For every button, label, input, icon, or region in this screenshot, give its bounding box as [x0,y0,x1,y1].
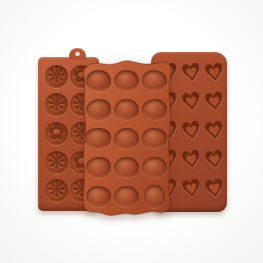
heart-inner-glyph-icon: ♥ [201,89,227,115]
animal-cavity-shape [114,186,139,207]
flower-cavity-shape: ❋ [45,93,68,116]
animal-cavity-shape [142,99,167,120]
cavity-acorn [144,185,165,208]
cavity-squirrel [86,99,111,120]
flower-glyph-icon: ❋ [48,152,66,173]
animal-cavity-shape [144,185,165,208]
flower-cavity-shape: ❋ [45,151,68,174]
animal-cavity-shape [142,70,167,91]
cavity-heart: ♥♥ [203,149,226,172]
cavity-heart: ♥♥ [203,120,226,143]
flower-cavity-shape: ❋ [45,65,68,88]
product-photo: ❋✿❋❋✿❋❋✿❋❋ ♥♥♥♥♥♥♥♥♥♥♥♥♥♥♥♥♥♥♥♥♥♥♥♥♥♥♥♥♥… [0,0,263,263]
heart-cavity-shape: ♥♥ [201,176,227,202]
heart-cavity-shape: ♥♥ [201,60,227,86]
hanging-hole [75,51,80,56]
cavity-duck [142,157,167,178]
cavity-daisy: ❋ [45,65,68,88]
heart-inner-glyph-icon: ♥ [201,60,227,86]
cavity-heart: ♥♥ [180,149,203,172]
cavity-bear [114,70,139,91]
cavity-heart: ♥♥ [203,178,226,201]
animal-cavity-grid [84,66,168,211]
cavity-daisy: ❋ [45,179,68,202]
cavity-daisy: ❋ [45,93,68,116]
cavity-heart: ♥♥ [203,62,226,85]
cavity-frog [86,70,111,91]
heart-inner-glyph-icon: ♥ [201,147,227,173]
animal-cavity-shape [86,186,111,207]
flower-glyph-icon: ❋ [48,180,66,201]
flower-cavity-shape: ✿ [45,122,68,145]
cavity-turtle [86,186,111,207]
heart-cavity-shape: ♥♥ [201,89,227,115]
flower-glyph-icon: ❋ [48,66,66,87]
cavity-heart: ♥♥ [180,91,203,114]
cavity-heart: ♥♥ [180,62,203,85]
cavity-hippo [85,128,111,149]
flower-cavity-shape: ❋ [45,179,68,202]
animal-cavity-shape [86,157,111,178]
animal-cavity-shape [114,70,139,91]
flower-glyph-icon: ✿ [48,123,66,144]
cavity-daisy: ❋ [45,151,68,174]
cavity-heart: ♥♥ [180,120,203,143]
cavity-chick [114,99,139,120]
cavity-duck [142,99,167,120]
cavity-elephant [86,157,111,178]
cavity-frog [114,157,139,178]
cavity-pig [142,128,167,149]
animal-cavity-shape [142,128,167,149]
cavity-rose: ✿ [45,122,68,145]
heart-cavity-shape: ♥♥ [201,118,227,144]
heart-inner-glyph-icon: ♥ [201,118,227,144]
animal-cavity-shape [142,157,167,178]
cavity-heart: ♥♥ [203,91,226,114]
animal-mold-tray [76,58,177,219]
cavity-heart: ♥♥ [180,178,203,201]
animal-cavity-shape [114,99,139,120]
animal-cavity-shape [86,70,111,91]
animal-cavity-shape [114,157,139,178]
animal-cavity-shape [114,128,139,149]
animal-cavity-shape [86,99,111,120]
heart-inner-glyph-icon: ♥ [201,176,227,202]
flower-glyph-icon: ❋ [48,94,66,115]
animal-cavity-shape [85,128,111,149]
cavity-snail [114,128,139,149]
cavity-bear [114,186,139,207]
cavity-crab [142,70,167,91]
heart-cavity-shape: ♥♥ [201,147,227,173]
